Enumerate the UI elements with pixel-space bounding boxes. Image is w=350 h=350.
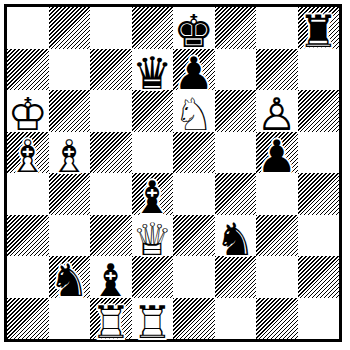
square-a8[interactable] [7, 7, 49, 49]
black-pawn-icon: ♟ [257, 134, 297, 179]
white-king[interactable]: ♚♔ [7, 90, 49, 132]
square-g2[interactable] [256, 256, 298, 298]
square-c3[interactable] [90, 215, 132, 257]
square-b8[interactable] [49, 7, 91, 49]
board: ♚♚♜♜♛♛♟♟♚♔♞♘♟♙♝♗♝♗♟♟♝♝♛♕♞♞♞♞♝♝♜♖♜♖ [4, 4, 342, 342]
square-f5[interactable] [215, 132, 257, 174]
square-a3[interactable] [7, 215, 49, 257]
square-h1[interactable] [298, 298, 340, 340]
white-bishop[interactable]: ♝♗ [7, 132, 49, 174]
white-queen-icon: ♕ [132, 217, 172, 262]
square-b5[interactable]: ♝♗ [49, 132, 91, 174]
square-e6[interactable]: ♞♘ [173, 90, 215, 132]
square-f8[interactable] [215, 7, 257, 49]
square-a1[interactable] [7, 298, 49, 340]
square-h4[interactable] [298, 173, 340, 215]
square-e8[interactable]: ♚♚ [173, 7, 215, 49]
square-d3[interactable]: ♛♕ [132, 215, 174, 257]
square-a2[interactable] [7, 256, 49, 298]
square-g5[interactable]: ♟♟ [256, 132, 298, 174]
white-rook[interactable]: ♜♖ [132, 298, 174, 340]
square-h3[interactable] [298, 215, 340, 257]
black-pawn[interactable]: ♟♟ [256, 132, 298, 174]
black-queen[interactable]: ♛♛ [132, 49, 174, 91]
white-bishop-icon: ♗ [49, 134, 89, 179]
square-f4[interactable] [215, 173, 257, 215]
square-f3[interactable]: ♞♞ [215, 215, 257, 257]
square-b6[interactable] [49, 90, 91, 132]
square-g7[interactable] [256, 49, 298, 91]
square-c7[interactable] [90, 49, 132, 91]
square-d7[interactable]: ♛♛ [132, 49, 174, 91]
black-rook-icon: ♜ [298, 9, 338, 54]
white-knight[interactable]: ♞♘ [173, 90, 215, 132]
square-e7[interactable]: ♟♟ [173, 49, 215, 91]
square-a6[interactable]: ♚♔ [7, 90, 49, 132]
square-e1[interactable] [173, 298, 215, 340]
white-bishop[interactable]: ♝♗ [49, 132, 91, 174]
black-knight-icon: ♞ [49, 258, 89, 303]
black-knight[interactable]: ♞♞ [49, 256, 91, 298]
white-rook-icon: ♖ [132, 300, 172, 345]
square-a7[interactable] [7, 49, 49, 91]
square-g3[interactable] [256, 215, 298, 257]
square-f1[interactable] [215, 298, 257, 340]
black-bishop[interactable]: ♝♝ [90, 256, 132, 298]
square-e2[interactable] [173, 256, 215, 298]
square-c6[interactable] [90, 90, 132, 132]
black-rook[interactable]: ♜♜ [298, 7, 340, 49]
square-c1[interactable]: ♜♖ [90, 298, 132, 340]
square-f6[interactable] [215, 90, 257, 132]
white-bishop-icon: ♗ [8, 134, 48, 179]
square-f7[interactable] [215, 49, 257, 91]
square-d1[interactable]: ♜♖ [132, 298, 174, 340]
square-d5[interactable] [132, 132, 174, 174]
square-e3[interactable] [173, 215, 215, 257]
square-c8[interactable] [90, 7, 132, 49]
square-g8[interactable] [256, 7, 298, 49]
square-h6[interactable] [298, 90, 340, 132]
square-a5[interactable]: ♝♗ [7, 132, 49, 174]
white-rook-icon: ♖ [91, 300, 131, 345]
square-g6[interactable]: ♟♙ [256, 90, 298, 132]
square-c5[interactable] [90, 132, 132, 174]
black-queen-icon: ♛ [132, 51, 172, 96]
black-king[interactable]: ♚♚ [173, 7, 215, 49]
white-pawn[interactable]: ♟♙ [256, 90, 298, 132]
square-e4[interactable] [173, 173, 215, 215]
white-rook[interactable]: ♜♖ [90, 298, 132, 340]
square-c4[interactable] [90, 173, 132, 215]
square-d4[interactable]: ♝♝ [132, 173, 174, 215]
black-pawn[interactable]: ♟♟ [173, 49, 215, 91]
square-h5[interactable] [298, 132, 340, 174]
square-b2[interactable]: ♞♞ [49, 256, 91, 298]
white-knight-icon: ♘ [174, 92, 214, 137]
square-b7[interactable] [49, 49, 91, 91]
black-bishop[interactable]: ♝♝ [132, 173, 174, 215]
white-queen[interactable]: ♛♕ [132, 215, 174, 257]
chess-diagram: ♚♚♜♜♛♛♟♟♚♔♞♘♟♙♝♗♝♗♟♟♝♝♛♕♞♞♞♞♝♝♜♖♜♖ [0, 0, 350, 350]
square-d8[interactable] [132, 7, 174, 49]
black-knight[interactable]: ♞♞ [215, 215, 257, 257]
square-c2[interactable]: ♝♝ [90, 256, 132, 298]
black-knight-icon: ♞ [215, 217, 255, 262]
square-b3[interactable] [49, 215, 91, 257]
square-g1[interactable] [256, 298, 298, 340]
square-h2[interactable] [298, 256, 340, 298]
square-h8[interactable]: ♜♜ [298, 7, 340, 49]
